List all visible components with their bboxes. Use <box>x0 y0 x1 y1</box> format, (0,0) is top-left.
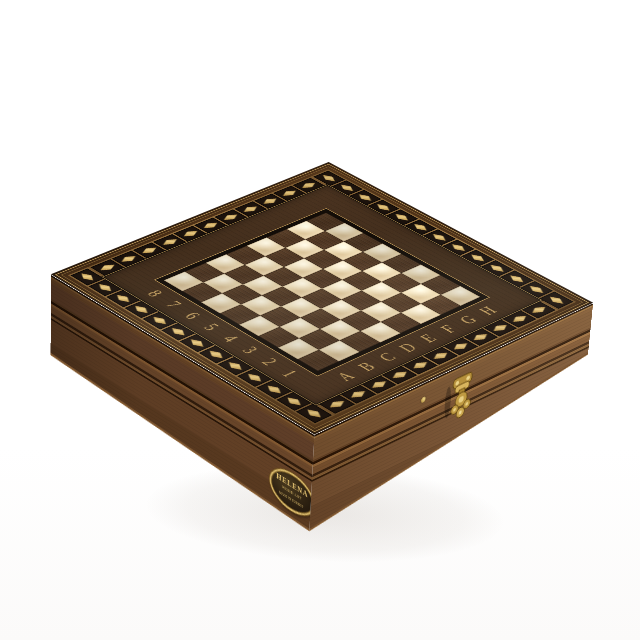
brass-latch <box>440 365 481 428</box>
brass-screw <box>421 396 426 403</box>
chess-storage-box: 87654321 HGFEDCBA HELENA WOOD ART MADE I… <box>51 162 593 435</box>
product-photo-scene: 87654321 HGFEDCBA HELENA WOOD ART MADE I… <box>0 0 640 640</box>
